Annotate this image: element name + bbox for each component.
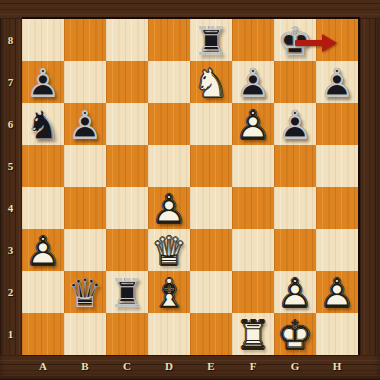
square-b7[interactable] xyxy=(64,61,106,103)
square-c7[interactable] xyxy=(106,61,148,103)
piece-white-pawn[interactable]: ♟♙ xyxy=(232,103,274,145)
square-e3[interactable] xyxy=(190,229,232,271)
piece-black-rook[interactable]: ♜♖ xyxy=(190,19,232,61)
piece-glyph-detail: ♘ xyxy=(190,62,232,104)
square-a3[interactable]: ♟♙ xyxy=(22,229,64,271)
square-g3[interactable] xyxy=(274,229,316,271)
square-e1[interactable] xyxy=(190,313,232,355)
square-g5[interactable] xyxy=(274,145,316,187)
square-h7[interactable]: ♟♙ xyxy=(316,61,358,103)
square-f5[interactable] xyxy=(232,145,274,187)
move-arrow-head xyxy=(322,34,337,52)
file-label-e: E xyxy=(190,356,232,378)
chess-board: ♜♖♚♔♟♙♞♘♟♙♟♙♞♘♟♙♟♙♟♙♟♙♟♙♛♕♛♕♜♖♝♗♟♙♟♙♜♖♚♔ xyxy=(22,19,358,355)
piece-glyph-detail: ♖ xyxy=(232,314,274,356)
square-d8[interactable] xyxy=(148,19,190,61)
square-g7[interactable] xyxy=(274,61,316,103)
piece-glyph-detail: ♙ xyxy=(22,230,64,272)
square-f6[interactable]: ♟♙ xyxy=(232,103,274,145)
piece-glyph-detail: ♘ xyxy=(22,104,64,146)
square-c4[interactable] xyxy=(106,187,148,229)
square-b8[interactable] xyxy=(64,19,106,61)
square-a6[interactable]: ♞♘ xyxy=(22,103,64,145)
board-frame-top xyxy=(0,0,380,19)
piece-white-pawn[interactable]: ♟♙ xyxy=(148,187,190,229)
square-d6[interactable] xyxy=(148,103,190,145)
square-d5[interactable] xyxy=(148,145,190,187)
square-f1[interactable]: ♜♖ xyxy=(232,313,274,355)
piece-white-pawn[interactable]: ♟♙ xyxy=(316,271,358,313)
file-label-d: D xyxy=(148,356,190,378)
square-c6[interactable] xyxy=(106,103,148,145)
square-b6[interactable]: ♟♙ xyxy=(64,103,106,145)
piece-glyph-detail: ♙ xyxy=(316,62,358,104)
file-label-b: B xyxy=(64,356,106,378)
square-b2[interactable]: ♛♕ xyxy=(64,271,106,313)
square-c8[interactable] xyxy=(106,19,148,61)
piece-glyph-detail: ♙ xyxy=(316,272,358,314)
square-b3[interactable] xyxy=(64,229,106,271)
square-e2[interactable] xyxy=(190,271,232,313)
piece-glyph-detail: ♔ xyxy=(274,314,316,356)
rank-label-3: 3 xyxy=(0,229,21,271)
piece-black-pawn[interactable]: ♟♙ xyxy=(232,61,274,103)
square-h2[interactable]: ♟♙ xyxy=(316,271,358,313)
square-b5[interactable] xyxy=(64,145,106,187)
square-h4[interactable] xyxy=(316,187,358,229)
square-c3[interactable] xyxy=(106,229,148,271)
piece-glyph-detail: ♗ xyxy=(148,272,190,314)
file-label-c: C xyxy=(106,356,148,378)
square-f2[interactable] xyxy=(232,271,274,313)
piece-glyph-detail: ♙ xyxy=(64,104,106,146)
square-e7[interactable]: ♞♘ xyxy=(190,61,232,103)
square-f7[interactable]: ♟♙ xyxy=(232,61,274,103)
square-d7[interactable] xyxy=(148,61,190,103)
piece-black-pawn[interactable]: ♟♙ xyxy=(316,61,358,103)
piece-black-rook[interactable]: ♜♖ xyxy=(106,271,148,313)
rank-label-4: 4 xyxy=(0,187,21,229)
square-a2[interactable] xyxy=(22,271,64,313)
square-g4[interactable] xyxy=(274,187,316,229)
square-b4[interactable] xyxy=(64,187,106,229)
square-d2[interactable]: ♝♗ xyxy=(148,271,190,313)
file-label-h: H xyxy=(316,356,358,378)
piece-glyph-detail: ♖ xyxy=(190,20,232,62)
square-a7[interactable]: ♟♙ xyxy=(22,61,64,103)
file-label-f: F xyxy=(232,356,274,378)
move-arrow-shaft xyxy=(295,40,322,46)
move-arrow xyxy=(294,33,338,53)
file-label-g: G xyxy=(274,356,316,378)
square-a5[interactable] xyxy=(22,145,64,187)
square-a1[interactable] xyxy=(22,313,64,355)
square-c5[interactable] xyxy=(106,145,148,187)
square-a4[interactable] xyxy=(22,187,64,229)
chess-board-screenshot: ♜♖♚♔♟♙♞♘♟♙♟♙♞♘♟♙♟♙♟♙♟♙♟♙♛♕♛♕♜♖♝♗♟♙♟♙♜♖♚♔… xyxy=(0,0,380,380)
square-g6[interactable]: ♟♙ xyxy=(274,103,316,145)
piece-white-pawn[interactable]: ♟♙ xyxy=(274,271,316,313)
piece-glyph-detail: ♙ xyxy=(232,62,274,104)
square-c2[interactable]: ♜♖ xyxy=(106,271,148,313)
piece-black-knight[interactable]: ♞♘ xyxy=(22,103,64,145)
piece-black-pawn[interactable]: ♟♙ xyxy=(274,103,316,145)
square-h5[interactable] xyxy=(316,145,358,187)
square-e8[interactable]: ♜♖ xyxy=(190,19,232,61)
square-e6[interactable] xyxy=(190,103,232,145)
piece-glyph-detail: ♕ xyxy=(148,230,190,272)
square-f3[interactable] xyxy=(232,229,274,271)
square-d4[interactable]: ♟♙ xyxy=(148,187,190,229)
piece-white-knight[interactable]: ♞♘ xyxy=(190,61,232,103)
square-h3[interactable] xyxy=(316,229,358,271)
piece-black-pawn[interactable]: ♟♙ xyxy=(22,61,64,103)
piece-glyph-detail: ♙ xyxy=(274,272,316,314)
rank-label-7: 7 xyxy=(0,61,21,103)
square-a8[interactable] xyxy=(22,19,64,61)
square-b1[interactable] xyxy=(64,313,106,355)
square-e5[interactable] xyxy=(190,145,232,187)
piece-glyph-detail: ♕ xyxy=(64,272,106,314)
square-d1[interactable] xyxy=(148,313,190,355)
square-f4[interactable] xyxy=(232,187,274,229)
piece-black-pawn[interactable]: ♟♙ xyxy=(64,103,106,145)
piece-glyph-detail: ♙ xyxy=(148,188,190,230)
rank-label-5: 5 xyxy=(0,145,21,187)
square-g2[interactable]: ♟♙ xyxy=(274,271,316,313)
rank-label-8: 8 xyxy=(0,19,21,61)
piece-white-rook[interactable]: ♜♖ xyxy=(232,313,274,355)
square-h6[interactable] xyxy=(316,103,358,145)
rank-label-1: 1 xyxy=(0,313,21,355)
piece-white-king[interactable]: ♚♔ xyxy=(274,313,316,355)
piece-white-queen[interactable]: ♛♕ xyxy=(148,229,190,271)
square-d3[interactable]: ♛♕ xyxy=(148,229,190,271)
piece-glyph-detail: ♙ xyxy=(232,104,274,146)
square-f8[interactable] xyxy=(232,19,274,61)
file-label-a: A xyxy=(22,356,64,378)
piece-black-queen[interactable]: ♛♕ xyxy=(64,271,106,313)
rank-label-2: 2 xyxy=(0,271,21,313)
piece-white-bishop[interactable]: ♝♗ xyxy=(148,271,190,313)
square-c1[interactable] xyxy=(106,313,148,355)
piece-white-pawn[interactable]: ♟♙ xyxy=(22,229,64,271)
rank-label-6: 6 xyxy=(0,103,21,145)
piece-glyph-detail: ♙ xyxy=(274,104,316,146)
square-h1[interactable] xyxy=(316,313,358,355)
square-e4[interactable] xyxy=(190,187,232,229)
piece-glyph-detail: ♖ xyxy=(106,272,148,314)
square-g1[interactable]: ♚♔ xyxy=(274,313,316,355)
piece-glyph-detail: ♙ xyxy=(22,62,64,104)
